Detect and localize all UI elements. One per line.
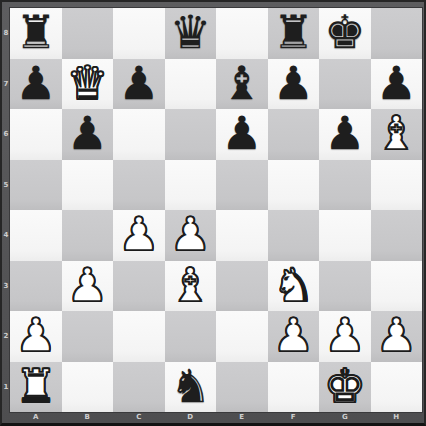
- square-f4[interactable]: [268, 210, 320, 261]
- square-h8[interactable]: [371, 8, 423, 59]
- white-pawn[interactable]: ♟: [170, 211, 211, 257]
- black-king[interactable]: ♚: [324, 9, 365, 55]
- file-label-e: E: [216, 411, 268, 423]
- square-f5[interactable]: [268, 160, 320, 211]
- square-d3[interactable]: ♝: [165, 261, 217, 312]
- square-b5[interactable]: [62, 160, 114, 211]
- black-pawn[interactable]: ♟: [324, 110, 365, 156]
- square-e2[interactable]: [216, 311, 268, 362]
- square-c1[interactable]: [113, 362, 165, 413]
- square-b8[interactable]: [62, 8, 114, 59]
- chess-board-frame: ♜♛♜♚♟♛♟♝♟♟♟♟♟♝♟♟♟♝♞♟♟♟♟♜♞♚ 87654321ABCDE…: [0, 0, 426, 426]
- square-a7[interactable]: ♟: [10, 59, 62, 110]
- file-label-h: H: [371, 411, 423, 423]
- file-label-b: B: [62, 411, 114, 423]
- file-label-c: C: [113, 411, 165, 423]
- square-a8[interactable]: ♜: [10, 8, 62, 59]
- square-c2[interactable]: [113, 311, 165, 362]
- rank-label-1: 1: [2, 362, 10, 413]
- square-e5[interactable]: [216, 160, 268, 211]
- file-label-f: F: [268, 411, 320, 423]
- square-a6[interactable]: [10, 109, 62, 160]
- square-h3[interactable]: [371, 261, 423, 312]
- square-d1[interactable]: ♞: [165, 362, 217, 413]
- square-f6[interactable]: [268, 109, 320, 160]
- white-bishop[interactable]: ♝: [170, 262, 211, 308]
- rank-label-2: 2: [2, 311, 10, 362]
- square-f3[interactable]: ♞: [268, 261, 320, 312]
- square-f7[interactable]: ♟: [268, 59, 320, 110]
- square-d6[interactable]: [165, 109, 217, 160]
- rank-label-3: 3: [2, 261, 10, 312]
- square-c8[interactable]: [113, 8, 165, 59]
- square-g8[interactable]: ♚: [319, 8, 371, 59]
- square-e7[interactable]: ♝: [216, 59, 268, 110]
- square-d2[interactable]: [165, 311, 217, 362]
- square-c5[interactable]: [113, 160, 165, 211]
- rank-label-7: 7: [2, 59, 10, 110]
- white-pawn[interactable]: ♟: [324, 312, 365, 358]
- black-pawn[interactable]: ♟: [67, 110, 108, 156]
- square-a2[interactable]: ♟: [10, 311, 62, 362]
- file-label-g: G: [319, 411, 371, 423]
- square-b6[interactable]: ♟: [62, 109, 114, 160]
- square-g6[interactable]: ♟: [319, 109, 371, 160]
- black-pawn[interactable]: ♟: [15, 60, 56, 106]
- square-h4[interactable]: [371, 210, 423, 261]
- square-a4[interactable]: [10, 210, 62, 261]
- black-rook[interactable]: ♜: [15, 9, 56, 55]
- square-h6[interactable]: ♝: [371, 109, 423, 160]
- white-pawn[interactable]: ♟: [67, 262, 108, 308]
- black-pawn[interactable]: ♟: [118, 60, 159, 106]
- black-pawn[interactable]: ♟: [273, 60, 314, 106]
- white-rook[interactable]: ♜: [15, 363, 56, 409]
- black-queen[interactable]: ♛: [170, 9, 211, 55]
- square-a1[interactable]: ♜: [10, 362, 62, 413]
- file-label-d: D: [165, 411, 217, 423]
- square-e8[interactable]: [216, 8, 268, 59]
- square-h7[interactable]: ♟: [371, 59, 423, 110]
- square-b4[interactable]: [62, 210, 114, 261]
- chess-board: ♜♛♜♚♟♛♟♝♟♟♟♟♟♝♟♟♟♝♞♟♟♟♟♜♞♚: [10, 8, 422, 412]
- square-h5[interactable]: [371, 160, 423, 211]
- square-c6[interactable]: [113, 109, 165, 160]
- square-c4[interactable]: ♟: [113, 210, 165, 261]
- square-c3[interactable]: [113, 261, 165, 312]
- square-d4[interactable]: ♟: [165, 210, 217, 261]
- black-pawn[interactable]: ♟: [221, 110, 262, 156]
- square-e3[interactable]: [216, 261, 268, 312]
- square-c7[interactable]: ♟: [113, 59, 165, 110]
- square-f8[interactable]: ♜: [268, 8, 320, 59]
- rank-label-5: 5: [2, 160, 10, 211]
- square-h1[interactable]: [371, 362, 423, 413]
- square-e4[interactable]: [216, 210, 268, 261]
- square-e6[interactable]: ♟: [216, 109, 268, 160]
- square-f1[interactable]: [268, 362, 320, 413]
- white-pawn[interactable]: ♟: [376, 312, 417, 358]
- square-b7[interactable]: ♛: [62, 59, 114, 110]
- square-g2[interactable]: ♟: [319, 311, 371, 362]
- square-g5[interactable]: [319, 160, 371, 211]
- black-knight[interactable]: ♞: [170, 363, 211, 409]
- white-pawn[interactable]: ♟: [118, 211, 159, 257]
- square-d5[interactable]: [165, 160, 217, 211]
- white-pawn[interactable]: ♟: [273, 312, 314, 358]
- square-g3[interactable]: [319, 261, 371, 312]
- black-rook[interactable]: ♜: [273, 9, 314, 55]
- square-h2[interactable]: ♟: [371, 311, 423, 362]
- rank-label-6: 6: [2, 109, 10, 160]
- white-bishop[interactable]: ♝: [376, 110, 417, 156]
- white-queen[interactable]: ♛: [67, 60, 108, 106]
- white-king[interactable]: ♚: [324, 363, 365, 409]
- square-d7[interactable]: [165, 59, 217, 110]
- square-f2[interactable]: ♟: [268, 311, 320, 362]
- square-a5[interactable]: [10, 160, 62, 211]
- square-a3[interactable]: [10, 261, 62, 312]
- square-b2[interactable]: [62, 311, 114, 362]
- white-pawn[interactable]: ♟: [15, 312, 56, 358]
- square-b3[interactable]: ♟: [62, 261, 114, 312]
- black-pawn[interactable]: ♟: [376, 60, 417, 106]
- square-g4[interactable]: [319, 210, 371, 261]
- rank-label-4: 4: [2, 210, 10, 261]
- square-d8[interactable]: ♛: [165, 8, 217, 59]
- white-knight[interactable]: ♞: [273, 262, 314, 308]
- square-g1[interactable]: ♚: [319, 362, 371, 413]
- file-label-a: A: [10, 411, 62, 423]
- square-e1[interactable]: [216, 362, 268, 413]
- black-bishop[interactable]: ♝: [221, 60, 262, 106]
- rank-label-8: 8: [2, 8, 10, 59]
- square-b1[interactable]: [62, 362, 114, 413]
- square-g7[interactable]: [319, 59, 371, 110]
